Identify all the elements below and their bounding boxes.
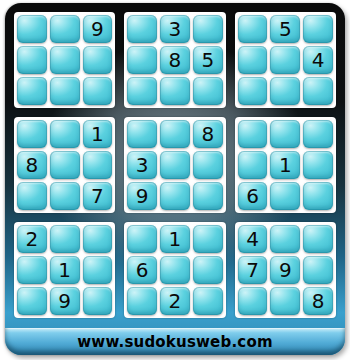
sudoku-cell-r2c5[interactable]: 8 xyxy=(160,46,190,74)
sudoku-cell-r7c1[interactable]: 2 xyxy=(17,225,47,253)
sudoku-cell-r9c4[interactable] xyxy=(127,287,157,315)
sudoku-cell-r8c5[interactable] xyxy=(160,256,190,284)
sudoku-cell-r9c7[interactable] xyxy=(238,287,268,315)
sudoku-cell-r2c1[interactable] xyxy=(17,46,47,74)
sudoku-cell-r1c8[interactable]: 5 xyxy=(270,15,300,43)
sudoku-cell-r1c1[interactable] xyxy=(17,15,47,43)
sudoku-cell-r7c9[interactable] xyxy=(303,225,333,253)
sudoku-cell-r4c5[interactable] xyxy=(160,120,190,148)
sudoku-cell-r7c2[interactable] xyxy=(50,225,80,253)
sudoku-cell-r3c5[interactable] xyxy=(160,77,190,105)
sudoku-cell-r6c7[interactable]: 6 xyxy=(238,182,268,210)
sudoku-cell-r5c8[interactable]: 1 xyxy=(270,151,300,179)
sudoku-cell-r8c9[interactable] xyxy=(303,256,333,284)
sudoku-cell-r4c8[interactable] xyxy=(270,120,300,148)
sudoku-cell-r6c2[interactable] xyxy=(50,182,80,210)
sudoku-cell-r3c7[interactable] xyxy=(238,77,268,105)
sudoku-cell-r5c3[interactable] xyxy=(83,151,113,179)
sudoku-cell-r5c5[interactable] xyxy=(160,151,190,179)
sudoku-cell-r1c6[interactable] xyxy=(193,15,223,43)
sudoku-cell-r5c7[interactable] xyxy=(238,151,268,179)
sudoku-cell-r7c5[interactable]: 1 xyxy=(160,225,190,253)
sudoku-cell-r1c4[interactable] xyxy=(127,15,157,43)
sudoku-cell-r6c4[interactable]: 9 xyxy=(127,182,157,210)
sudoku-box-7: 219 xyxy=(14,222,115,318)
sudoku-cell-r2c7[interactable] xyxy=(238,46,268,74)
sudoku-cell-r4c1[interactable] xyxy=(17,120,47,148)
sudoku-cell-r5c4[interactable]: 3 xyxy=(127,151,157,179)
sudoku-cell-r8c8[interactable]: 9 xyxy=(270,256,300,284)
sudoku-cell-r6c6[interactable] xyxy=(193,182,223,210)
sudoku-cell-r5c1[interactable]: 8 xyxy=(17,151,47,179)
sudoku-cell-r4c2[interactable] xyxy=(50,120,80,148)
sudoku-box-1: 9 xyxy=(14,12,115,108)
sudoku-box-8: 162 xyxy=(124,222,225,318)
sudoku-cell-r6c8[interactable] xyxy=(270,182,300,210)
sudoku-cell-r3c4[interactable] xyxy=(127,77,157,105)
sudoku-box-9: 4798 xyxy=(235,222,336,318)
sudoku-cell-r8c6[interactable] xyxy=(193,256,223,284)
sudoku-cell-r8c1[interactable] xyxy=(17,256,47,284)
sudoku-cell-r2c9[interactable]: 4 xyxy=(303,46,333,74)
sudoku-cell-r7c4[interactable] xyxy=(127,225,157,253)
sudoku-cell-r9c9[interactable]: 8 xyxy=(303,287,333,315)
sudoku-box-6: 16 xyxy=(235,117,336,213)
sudoku-cell-r2c4[interactable] xyxy=(127,46,157,74)
sudoku-cell-r3c6[interactable] xyxy=(193,77,223,105)
sudoku-cell-r2c6[interactable]: 5 xyxy=(193,46,223,74)
sudoku-cell-r6c3[interactable]: 7 xyxy=(83,182,113,210)
sudoku-cell-r1c5[interactable]: 3 xyxy=(160,15,190,43)
sudoku-cell-r4c9[interactable] xyxy=(303,120,333,148)
sudoku-cell-r5c9[interactable] xyxy=(303,151,333,179)
sudoku-cell-r1c3[interactable]: 9 xyxy=(83,15,113,43)
sudoku-cell-r8c4[interactable]: 6 xyxy=(127,256,157,284)
sudoku-board: 938554187839162191624798 www.sudokusweb.… xyxy=(5,3,345,355)
sudoku-cell-r9c2[interactable]: 9 xyxy=(50,287,80,315)
sudoku-cell-r7c8[interactable] xyxy=(270,225,300,253)
sudoku-cell-r3c3[interactable] xyxy=(83,77,113,105)
sudoku-cell-r4c4[interactable] xyxy=(127,120,157,148)
sudoku-cell-r1c9[interactable] xyxy=(303,15,333,43)
sudoku-cell-r3c2[interactable] xyxy=(50,77,80,105)
sudoku-cell-r4c3[interactable]: 1 xyxy=(83,120,113,148)
footer-bar: www.sudokusweb.com xyxy=(5,328,345,355)
sudoku-box-3: 54 xyxy=(235,12,336,108)
sudoku-cell-r6c9[interactable] xyxy=(303,182,333,210)
sudoku-cell-r9c3[interactable] xyxy=(83,287,113,315)
sudoku-cell-r1c2[interactable] xyxy=(50,15,80,43)
page: 938554187839162191624798 www.sudokusweb.… xyxy=(0,0,350,360)
sudoku-cell-r1c7[interactable] xyxy=(238,15,268,43)
sudoku-cell-r8c2[interactable]: 1 xyxy=(50,256,80,284)
sudoku-cell-r4c7[interactable] xyxy=(238,120,268,148)
sudoku-cell-r2c2[interactable] xyxy=(50,46,80,74)
sudoku-grid: 938554187839162191624798 xyxy=(14,12,336,318)
sudoku-cell-r7c7[interactable]: 4 xyxy=(238,225,268,253)
sudoku-cell-r2c3[interactable] xyxy=(83,46,113,74)
sudoku-cell-r7c6[interactable] xyxy=(193,225,223,253)
sudoku-cell-r5c6[interactable] xyxy=(193,151,223,179)
sudoku-box-2: 385 xyxy=(124,12,225,108)
sudoku-cell-r9c5[interactable]: 2 xyxy=(160,287,190,315)
sudoku-cell-r3c8[interactable] xyxy=(270,77,300,105)
sudoku-cell-r3c1[interactable] xyxy=(17,77,47,105)
sudoku-box-5: 839 xyxy=(124,117,225,213)
sudoku-cell-r8c7[interactable]: 7 xyxy=(238,256,268,284)
sudoku-cell-r9c8[interactable] xyxy=(270,287,300,315)
sudoku-cell-r2c8[interactable] xyxy=(270,46,300,74)
sudoku-cell-r7c3[interactable] xyxy=(83,225,113,253)
sudoku-cell-r9c1[interactable] xyxy=(17,287,47,315)
footer-link[interactable]: www.sudokusweb.com xyxy=(77,333,272,351)
sudoku-cell-r4c6[interactable]: 8 xyxy=(193,120,223,148)
sudoku-cell-r5c2[interactable] xyxy=(50,151,80,179)
sudoku-cell-r6c1[interactable] xyxy=(17,182,47,210)
sudoku-cell-r6c5[interactable] xyxy=(160,182,190,210)
sudoku-cell-r3c9[interactable] xyxy=(303,77,333,105)
sudoku-cell-r9c6[interactable] xyxy=(193,287,223,315)
sudoku-box-4: 187 xyxy=(14,117,115,213)
sudoku-cell-r8c3[interactable] xyxy=(83,256,113,284)
